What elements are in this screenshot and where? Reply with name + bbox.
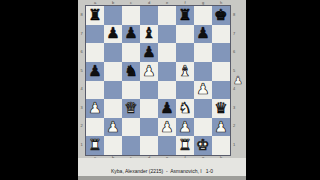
material-advantage-pawn-icon: ♟ [233, 75, 243, 86]
left-letterbox-bar [0, 0, 78, 180]
square-h5 [212, 62, 230, 81]
rank-label-7: 7 [79, 25, 84, 44]
board-frame: ♜♜♚♟♟♝♟♟♟♞♟♝♟♟♛♟♞♛♟♟♟♟♜♜♚ [85, 5, 231, 156]
square-a3: ♟ [86, 99, 104, 118]
square-f2: ♟ [176, 118, 194, 137]
white-P-piece-b2: ♟ [106, 119, 119, 134]
square-a4 [86, 81, 104, 100]
game-info-caption: Kyba, Alexander (2215) - Asmanovich, I 1… [78, 158, 246, 176]
square-e5 [158, 62, 176, 81]
square-g6 [194, 43, 212, 62]
square-d3 [140, 99, 158, 118]
file-label-g: g [194, 1, 212, 5]
square-e8 [158, 6, 176, 25]
square-h1 [212, 136, 230, 155]
rank-label-2: 2 [79, 117, 84, 136]
black-R-piece-a8: ♜ [88, 7, 101, 22]
square-e7 [158, 25, 176, 44]
rank-label-3: 3 [232, 99, 237, 118]
square-b5 [104, 62, 122, 81]
white-P-piece-g4: ♟ [196, 82, 209, 97]
black-N-piece-c5: ♞ [124, 63, 137, 78]
square-b7: ♟ [104, 25, 122, 44]
square-g2 [194, 118, 212, 137]
chess-diagram-stage: abcdefgh ♜♜♚♟♟♝♟♟♟♞♟♝♟♟♛♟♞♛♟♟♟♟♜♜♚ 87654… [78, 0, 246, 180]
white-P-piece-d5: ♟ [142, 63, 155, 78]
rank-label-7: 7 [232, 25, 237, 44]
black-P-piece-g7: ♟ [196, 26, 209, 41]
square-e4 [158, 81, 176, 100]
black-P-piece-d6: ♟ [142, 45, 155, 60]
square-d6: ♟ [140, 43, 158, 62]
square-g1: ♚ [194, 136, 212, 155]
square-a7 [86, 25, 104, 44]
square-f3: ♞ [176, 99, 194, 118]
black-B-piece-d7: ♝ [142, 26, 155, 41]
square-c2 [122, 118, 140, 137]
square-d2 [140, 118, 158, 137]
file-label-b: b [104, 1, 122, 5]
square-f5: ♝ [176, 62, 194, 81]
square-h4 [212, 81, 230, 100]
square-h6 [212, 43, 230, 62]
square-d4 [140, 81, 158, 100]
square-c5: ♞ [122, 62, 140, 81]
white-P-piece-f2: ♟ [178, 119, 191, 134]
rank-label-3: 3 [79, 99, 84, 118]
square-c7: ♟ [122, 25, 140, 44]
white-P-piece-e2: ♟ [160, 119, 173, 134]
file-labels-top: abcdefgh [86, 1, 230, 5]
square-f6 [176, 43, 194, 62]
square-f7 [176, 25, 194, 44]
square-e6 [158, 43, 176, 62]
square-e1 [158, 136, 176, 155]
square-a1: ♜ [86, 136, 104, 155]
white-B-piece-f5: ♝ [178, 63, 191, 78]
square-h8: ♚ [212, 6, 230, 25]
square-e3: ♟ [158, 99, 176, 118]
square-f8: ♜ [176, 6, 194, 25]
square-d7: ♝ [140, 25, 158, 44]
right-letterbox-bar [246, 0, 320, 180]
white-R-piece-f1: ♜ [178, 138, 191, 153]
white-P-piece-h2: ♟ [214, 119, 227, 134]
square-c6 [122, 43, 140, 62]
black-P-piece-c7: ♟ [124, 26, 137, 41]
file-label-f: f [176, 1, 194, 5]
square-d5: ♟ [140, 62, 158, 81]
square-b1 [104, 136, 122, 155]
square-h2: ♟ [212, 118, 230, 137]
square-h7 [212, 25, 230, 44]
rank-labels-left: 87654321 [79, 6, 84, 154]
square-e2: ♟ [158, 118, 176, 137]
square-g5 [194, 62, 212, 81]
square-b3 [104, 99, 122, 118]
black-Q-piece-h3: ♛ [214, 100, 227, 115]
white-K-piece-g1: ♚ [196, 138, 209, 153]
black-P-piece-b7: ♟ [106, 26, 119, 41]
file-label-h: h [212, 1, 230, 5]
file-label-d: d [140, 1, 158, 5]
square-a2 [86, 118, 104, 137]
rank-label-1: 1 [232, 136, 237, 155]
rank-label-6: 6 [79, 43, 84, 62]
square-c3: ♛ [122, 99, 140, 118]
rank-label-2: 2 [232, 117, 237, 136]
square-c4 [122, 81, 140, 100]
white-N-piece-f3: ♞ [178, 100, 191, 115]
square-h3: ♛ [212, 99, 230, 118]
square-c8 [122, 6, 140, 25]
square-f4 [176, 81, 194, 100]
black-P-piece-a5: ♟ [88, 63, 101, 78]
file-label-a: a [86, 1, 104, 5]
square-g4: ♟ [194, 81, 212, 100]
square-g7: ♟ [194, 25, 212, 44]
square-f1: ♜ [176, 136, 194, 155]
black-P-piece-e3: ♟ [160, 100, 173, 115]
black-K-piece-h8: ♚ [214, 7, 227, 22]
rank-label-8: 8 [232, 6, 237, 25]
square-c1 [122, 136, 140, 155]
white-R-piece-a1: ♜ [88, 138, 101, 153]
square-a6 [86, 43, 104, 62]
players-result-line: Kyba, Alexander (2215) - Asmanovich, I 1… [78, 169, 246, 175]
square-d8 [140, 6, 158, 25]
white-Q-piece-c3: ♛ [124, 100, 137, 115]
square-b6 [104, 43, 122, 62]
square-b4 [104, 81, 122, 100]
square-b8 [104, 6, 122, 25]
black-R-piece-f8: ♜ [178, 7, 191, 22]
rank-label-5: 5 [79, 62, 84, 81]
square-b2: ♟ [104, 118, 122, 137]
rank-label-1: 1 [79, 136, 84, 155]
white-P-piece-a3: ♟ [88, 100, 101, 115]
board: ♜♜♚♟♟♝♟♟♟♞♟♝♟♟♛♟♞♛♟♟♟♟♜♜♚ [86, 6, 230, 155]
square-a5: ♟ [86, 62, 104, 81]
square-d1 [140, 136, 158, 155]
square-a8: ♜ [86, 6, 104, 25]
file-label-c: c [122, 1, 140, 5]
caption-bottom-strip [78, 176, 246, 180]
file-label-e: e [158, 1, 176, 5]
rank-label-8: 8 [79, 6, 84, 25]
square-g3 [194, 99, 212, 118]
square-g8 [194, 6, 212, 25]
rank-label-6: 6 [232, 43, 237, 62]
rank-label-4: 4 [79, 80, 84, 99]
